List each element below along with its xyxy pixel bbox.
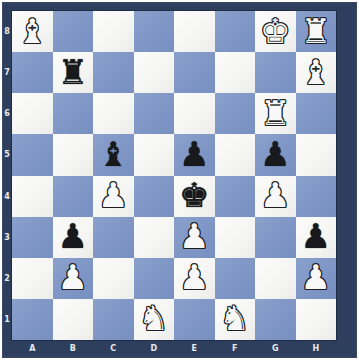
file-label-g: G bbox=[255, 341, 296, 355]
square-e6[interactable] bbox=[174, 93, 215, 134]
file-label-a: A bbox=[12, 341, 53, 355]
square-a3[interactable] bbox=[12, 217, 53, 258]
square-d4[interactable] bbox=[134, 176, 175, 217]
white-pawn: ♟ bbox=[260, 178, 290, 212]
rank-label-2: 2 bbox=[2, 258, 12, 299]
black-bishop: ♝ bbox=[98, 137, 128, 171]
square-b3[interactable]: ♟ bbox=[53, 217, 94, 258]
square-c5[interactable]: ♝ bbox=[93, 134, 134, 175]
black-king: ♚ bbox=[179, 178, 209, 212]
square-d2[interactable] bbox=[134, 258, 175, 299]
square-h2[interactable]: ♟ bbox=[296, 258, 337, 299]
board-frame: 87654321 ♝♚♜♜♝♜♝♟♟♟♚♟♟♟♟♟♟♟♞♞ ABCDEFGH bbox=[2, 2, 357, 358]
rank-label-1: 1 bbox=[2, 299, 12, 340]
square-c4[interactable]: ♟ bbox=[93, 176, 134, 217]
square-c1[interactable] bbox=[93, 299, 134, 340]
square-b2[interactable]: ♟ bbox=[53, 258, 94, 299]
square-h1[interactable] bbox=[296, 299, 337, 340]
black-rook: ♜ bbox=[58, 55, 88, 89]
black-pawn: ♟ bbox=[301, 219, 331, 253]
file-label-b: B bbox=[53, 341, 94, 355]
square-a8[interactable]: ♝ bbox=[12, 11, 53, 52]
square-h4[interactable] bbox=[296, 176, 337, 217]
square-h6[interactable] bbox=[296, 93, 337, 134]
square-g2[interactable] bbox=[255, 258, 296, 299]
square-e4[interactable]: ♚ bbox=[174, 176, 215, 217]
chess-board: ♝♚♜♜♝♜♝♟♟♟♚♟♟♟♟♟♟♟♞♞ bbox=[12, 11, 336, 340]
square-d8[interactable] bbox=[134, 11, 175, 52]
square-a5[interactable] bbox=[12, 134, 53, 175]
square-b5[interactable] bbox=[53, 134, 94, 175]
square-e3[interactable]: ♟ bbox=[174, 217, 215, 258]
square-h8[interactable]: ♜ bbox=[296, 11, 337, 52]
white-bishop: ♝ bbox=[301, 55, 331, 89]
white-pawn: ♟ bbox=[179, 260, 209, 294]
rank-label-4: 4 bbox=[2, 176, 12, 217]
white-knight: ♞ bbox=[220, 301, 250, 335]
rank-label-5: 5 bbox=[2, 134, 12, 175]
square-c8[interactable] bbox=[93, 11, 134, 52]
square-f7[interactable] bbox=[215, 52, 256, 93]
white-rook: ♜ bbox=[260, 96, 290, 130]
square-f8[interactable] bbox=[215, 11, 256, 52]
square-e2[interactable]: ♟ bbox=[174, 258, 215, 299]
square-f4[interactable] bbox=[215, 176, 256, 217]
square-e1[interactable] bbox=[174, 299, 215, 340]
white-pawn: ♟ bbox=[58, 260, 88, 294]
rank-label-6: 6 bbox=[2, 93, 12, 134]
square-g1[interactable] bbox=[255, 299, 296, 340]
file-label-c: C bbox=[93, 341, 134, 355]
square-b6[interactable] bbox=[53, 93, 94, 134]
white-pawn: ♟ bbox=[179, 219, 209, 253]
square-g5[interactable]: ♟ bbox=[255, 134, 296, 175]
square-g8[interactable]: ♚ bbox=[255, 11, 296, 52]
square-e7[interactable] bbox=[174, 52, 215, 93]
square-a1[interactable] bbox=[12, 299, 53, 340]
white-pawn: ♟ bbox=[301, 260, 331, 294]
square-d5[interactable] bbox=[134, 134, 175, 175]
square-d3[interactable] bbox=[134, 217, 175, 258]
black-pawn: ♟ bbox=[58, 219, 88, 253]
square-b8[interactable] bbox=[53, 11, 94, 52]
square-f6[interactable] bbox=[215, 93, 256, 134]
file-label-d: D bbox=[134, 341, 175, 355]
white-rook: ♜ bbox=[301, 14, 331, 48]
square-c2[interactable] bbox=[93, 258, 134, 299]
square-h5[interactable] bbox=[296, 134, 337, 175]
square-a4[interactable] bbox=[12, 176, 53, 217]
chess-diagram: 87654321 ♝♚♜♜♝♜♝♟♟♟♚♟♟♟♟♟♟♟♞♞ ABCDEFGH bbox=[0, 0, 359, 360]
square-a7[interactable] bbox=[12, 52, 53, 93]
square-f5[interactable] bbox=[215, 134, 256, 175]
square-b7[interactable]: ♜ bbox=[53, 52, 94, 93]
file-label-e: E bbox=[174, 341, 215, 355]
black-pawn: ♟ bbox=[179, 137, 209, 171]
square-a6[interactable] bbox=[12, 93, 53, 134]
square-c6[interactable] bbox=[93, 93, 134, 134]
square-b1[interactable] bbox=[53, 299, 94, 340]
square-e5[interactable]: ♟ bbox=[174, 134, 215, 175]
white-knight: ♞ bbox=[139, 301, 169, 335]
rank-label-8: 8 bbox=[2, 11, 12, 52]
rank-labels: 87654321 bbox=[2, 11, 12, 340]
file-label-f: F bbox=[215, 341, 256, 355]
file-labels: ABCDEFGH bbox=[12, 341, 336, 355]
square-g6[interactable]: ♜ bbox=[255, 93, 296, 134]
rank-label-3: 3 bbox=[2, 217, 12, 258]
square-g3[interactable] bbox=[255, 217, 296, 258]
square-g7[interactable] bbox=[255, 52, 296, 93]
square-d7[interactable] bbox=[134, 52, 175, 93]
square-h3[interactable]: ♟ bbox=[296, 217, 337, 258]
white-pawn: ♟ bbox=[98, 178, 128, 212]
square-f3[interactable] bbox=[215, 217, 256, 258]
square-c3[interactable] bbox=[93, 217, 134, 258]
square-h7[interactable]: ♝ bbox=[296, 52, 337, 93]
square-d6[interactable] bbox=[134, 93, 175, 134]
square-a2[interactable] bbox=[12, 258, 53, 299]
white-bishop: ♝ bbox=[17, 14, 47, 48]
square-e8[interactable] bbox=[174, 11, 215, 52]
white-king: ♚ bbox=[260, 14, 290, 48]
square-b4[interactable] bbox=[53, 176, 94, 217]
square-d1[interactable]: ♞ bbox=[134, 299, 175, 340]
file-label-h: H bbox=[296, 341, 337, 355]
square-f1[interactable]: ♞ bbox=[215, 299, 256, 340]
square-f2[interactable] bbox=[215, 258, 256, 299]
black-pawn: ♟ bbox=[260, 137, 290, 171]
square-c7[interactable] bbox=[93, 52, 134, 93]
square-g4[interactable]: ♟ bbox=[255, 176, 296, 217]
rank-label-7: 7 bbox=[2, 52, 12, 93]
